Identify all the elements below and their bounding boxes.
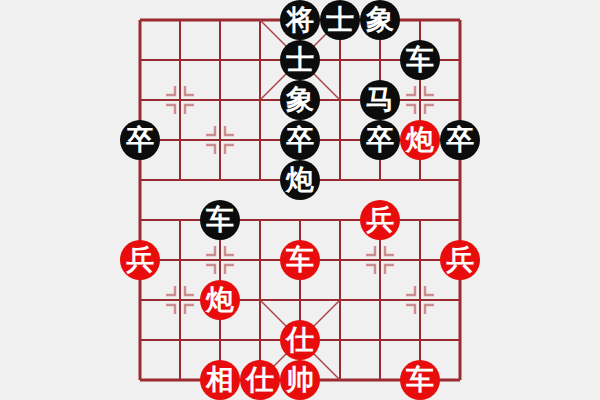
piece-red-general[interactable]: 帅 [280, 360, 320, 400]
piece-red-elephant[interactable]: 相 [200, 360, 240, 400]
piece-black-advisor[interactable]: 士 [320, 0, 360, 40]
piece-black-general[interactable]: 将 [280, 0, 320, 40]
piece-black-horse[interactable]: 马 [360, 80, 400, 120]
piece-black-soldier[interactable]: 卒 [440, 120, 480, 160]
piece-red-cannon[interactable]: 炮 [200, 280, 240, 320]
piece-black-elephant[interactable]: 象 [360, 0, 400, 40]
piece-red-soldier[interactable]: 兵 [360, 200, 400, 240]
piece-black-soldier[interactable]: 卒 [280, 120, 320, 160]
piece-red-advisor[interactable]: 仕 [280, 320, 320, 360]
piece-red-chariot[interactable]: 车 [280, 240, 320, 280]
piece-red-soldier[interactable]: 兵 [440, 240, 480, 280]
piece-black-elephant[interactable]: 象 [280, 80, 320, 120]
piece-black-chariot[interactable]: 车 [200, 200, 240, 240]
piece-black-advisor[interactable]: 士 [280, 40, 320, 80]
piece-black-soldier[interactable]: 卒 [360, 120, 400, 160]
piece-black-soldier[interactable]: 卒 [120, 120, 160, 160]
piece-red-cannon[interactable]: 炮 [400, 120, 440, 160]
piece-black-chariot[interactable]: 车 [400, 40, 440, 80]
piece-red-chariot[interactable]: 车 [400, 360, 440, 400]
piece-black-cannon[interactable]: 炮 [280, 160, 320, 200]
xiangqi-board: 将士象士车象马卒卒卒卒炮车炮兵兵车兵炮仕相仕帅车 [0, 0, 600, 400]
piece-red-soldier[interactable]: 兵 [120, 240, 160, 280]
piece-red-advisor[interactable]: 仕 [240, 360, 280, 400]
